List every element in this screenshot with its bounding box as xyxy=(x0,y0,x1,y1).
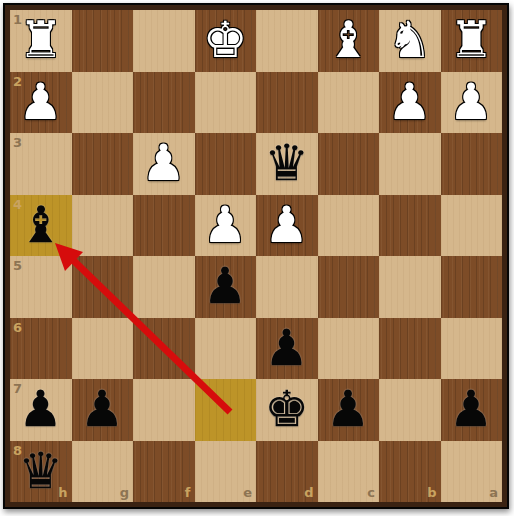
square-b8[interactable]: b xyxy=(379,441,441,503)
rank-label-6: 6 xyxy=(13,321,22,334)
square-f8[interactable]: f xyxy=(133,441,195,503)
square-c6[interactable] xyxy=(318,318,380,380)
square-g3[interactable] xyxy=(72,133,134,195)
piece-black-pawn[interactable]: ♟ xyxy=(256,318,318,380)
file-label-d: d xyxy=(304,486,313,499)
piece-white-pawn[interactable]: ♟ xyxy=(10,72,72,134)
square-b6[interactable] xyxy=(379,318,441,380)
square-g2[interactable] xyxy=(72,72,134,134)
square-d1[interactable] xyxy=(256,10,318,72)
square-h5[interactable]: 5 xyxy=(10,256,72,318)
square-f5[interactable] xyxy=(133,256,195,318)
square-d2[interactable] xyxy=(256,72,318,134)
square-g8[interactable]: g xyxy=(72,441,134,503)
file-label-a: a xyxy=(489,486,498,499)
piece-black-pawn[interactable]: ♟ xyxy=(441,379,503,441)
square-e6[interactable] xyxy=(195,318,257,380)
square-d4[interactable]: ♟ xyxy=(256,195,318,257)
square-d6[interactable]: ♟ xyxy=(256,318,318,380)
square-g4[interactable] xyxy=(72,195,134,257)
square-c2[interactable] xyxy=(318,72,380,134)
rank-label-3: 3 xyxy=(13,136,22,149)
square-h4[interactable]: 4♝ xyxy=(10,195,72,257)
square-g1[interactable] xyxy=(72,10,134,72)
square-b5[interactable] xyxy=(379,256,441,318)
square-e2[interactable] xyxy=(195,72,257,134)
square-d8[interactable]: d xyxy=(256,441,318,503)
file-label-g: g xyxy=(120,486,129,499)
chess-board: 1♜♚♝♞♜2♟♟♟3♟♛4♝♟♟5♟6♟7♟♟♚♟♟8h♛gfedcba xyxy=(10,10,502,502)
square-h7[interactable]: 7♟ xyxy=(10,379,72,441)
piece-white-pawn[interactable]: ♟ xyxy=(256,195,318,257)
square-b2[interactable]: ♟ xyxy=(379,72,441,134)
square-b7[interactable] xyxy=(379,379,441,441)
square-h2[interactable]: 2♟ xyxy=(10,72,72,134)
piece-white-pawn[interactable]: ♟ xyxy=(133,133,195,195)
piece-white-rook[interactable]: ♜ xyxy=(10,10,72,72)
square-b1[interactable]: ♞ xyxy=(379,10,441,72)
piece-black-queen[interactable]: ♛ xyxy=(10,441,72,503)
rank-label-5: 5 xyxy=(13,259,22,272)
square-e4[interactable]: ♟ xyxy=(195,195,257,257)
square-a8[interactable]: a xyxy=(441,441,503,503)
square-a6[interactable] xyxy=(441,318,503,380)
square-g7[interactable]: ♟ xyxy=(72,379,134,441)
square-h8[interactable]: 8h♛ xyxy=(10,441,72,503)
square-a2[interactable]: ♟ xyxy=(441,72,503,134)
square-c4[interactable] xyxy=(318,195,380,257)
piece-white-pawn[interactable]: ♟ xyxy=(195,195,257,257)
square-d3[interactable]: ♛ xyxy=(256,133,318,195)
square-a1[interactable]: ♜ xyxy=(441,10,503,72)
piece-white-knight[interactable]: ♞ xyxy=(379,10,441,72)
square-c8[interactable]: c xyxy=(318,441,380,503)
file-label-e: e xyxy=(243,486,252,499)
square-a7[interactable]: ♟ xyxy=(441,379,503,441)
square-h1[interactable]: 1♜ xyxy=(10,10,72,72)
square-f2[interactable] xyxy=(133,72,195,134)
piece-black-king[interactable]: ♚ xyxy=(256,379,318,441)
square-a4[interactable] xyxy=(441,195,503,257)
square-g5[interactable] xyxy=(72,256,134,318)
file-label-f: f xyxy=(185,486,191,499)
piece-black-pawn[interactable]: ♟ xyxy=(195,256,257,318)
piece-white-pawn[interactable]: ♟ xyxy=(441,72,503,134)
square-h3[interactable]: 3 xyxy=(10,133,72,195)
piece-white-rook[interactable]: ♜ xyxy=(441,10,503,72)
square-f3[interactable]: ♟ xyxy=(133,133,195,195)
square-c5[interactable] xyxy=(318,256,380,318)
file-label-b: b xyxy=(427,486,436,499)
square-b4[interactable] xyxy=(379,195,441,257)
square-c7[interactable]: ♟ xyxy=(318,379,380,441)
file-label-c: c xyxy=(367,486,375,499)
square-e1[interactable]: ♚ xyxy=(195,10,257,72)
piece-white-king[interactable]: ♚ xyxy=(195,10,257,72)
square-f7[interactable] xyxy=(133,379,195,441)
square-e3[interactable] xyxy=(195,133,257,195)
square-c3[interactable] xyxy=(318,133,380,195)
piece-black-bishop[interactable]: ♝ xyxy=(10,195,72,257)
piece-black-queen[interactable]: ♛ xyxy=(256,133,318,195)
piece-white-bishop[interactable]: ♝ xyxy=(318,10,380,72)
square-a5[interactable] xyxy=(441,256,503,318)
piece-black-pawn[interactable]: ♟ xyxy=(10,379,72,441)
square-g6[interactable] xyxy=(72,318,134,380)
square-c1[interactable]: ♝ xyxy=(318,10,380,72)
square-d5[interactable] xyxy=(256,256,318,318)
chess-board-widget: 1♜♚♝♞♜2♟♟♟3♟♛4♝♟♟5♟6♟7♟♟♚♟♟8h♛gfedcba xyxy=(3,3,509,509)
piece-white-pawn[interactable]: ♟ xyxy=(379,72,441,134)
piece-black-pawn[interactable]: ♟ xyxy=(72,379,134,441)
square-h6[interactable]: 6 xyxy=(10,318,72,380)
square-e8[interactable]: e xyxy=(195,441,257,503)
square-f1[interactable] xyxy=(133,10,195,72)
square-f4[interactable] xyxy=(133,195,195,257)
square-e5[interactable]: ♟ xyxy=(195,256,257,318)
piece-black-pawn[interactable]: ♟ xyxy=(318,379,380,441)
square-b3[interactable] xyxy=(379,133,441,195)
square-a3[interactable] xyxy=(441,133,503,195)
square-f6[interactable] xyxy=(133,318,195,380)
square-d7[interactable]: ♚ xyxy=(256,379,318,441)
square-e7[interactable] xyxy=(195,379,257,441)
